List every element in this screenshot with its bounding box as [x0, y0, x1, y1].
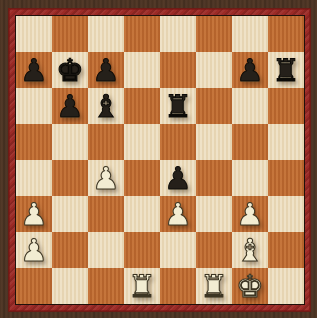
- square-b7[interactable]: ♚: [52, 52, 88, 88]
- square-e6[interactable]: ♜: [160, 88, 196, 124]
- square-d2[interactable]: [124, 232, 160, 268]
- square-f7[interactable]: [196, 52, 232, 88]
- square-g2[interactable]: ♝: [232, 232, 268, 268]
- square-h6[interactable]: [268, 88, 304, 124]
- square-a8[interactable]: [16, 16, 52, 52]
- square-f5[interactable]: [196, 124, 232, 160]
- square-a7[interactable]: ♟: [16, 52, 52, 88]
- square-a4[interactable]: [16, 160, 52, 196]
- square-f8[interactable]: [196, 16, 232, 52]
- piece-white-bishop-g2[interactable]: ♝: [236, 232, 264, 268]
- square-c4[interactable]: ♟: [88, 160, 124, 196]
- piece-black-pawn-c7[interactable]: ♟: [92, 52, 120, 88]
- piece-black-rook-h7[interactable]: ♜: [272, 52, 300, 88]
- square-g6[interactable]: [232, 88, 268, 124]
- square-h5[interactable]: [268, 124, 304, 160]
- square-g5[interactable]: [232, 124, 268, 160]
- piece-black-pawn-e4[interactable]: ♟: [164, 160, 192, 196]
- square-b1[interactable]: [52, 268, 88, 304]
- square-d8[interactable]: [124, 16, 160, 52]
- piece-white-pawn-a3[interactable]: ♟: [20, 196, 48, 232]
- square-a3[interactable]: ♟: [16, 196, 52, 232]
- square-b6[interactable]: ♟: [52, 88, 88, 124]
- square-h3[interactable]: [268, 196, 304, 232]
- square-e1[interactable]: [160, 268, 196, 304]
- square-a5[interactable]: [16, 124, 52, 160]
- square-g3[interactable]: ♟: [232, 196, 268, 232]
- piece-black-rook-e6[interactable]: ♜: [164, 88, 192, 124]
- square-a2[interactable]: ♟: [16, 232, 52, 268]
- square-d3[interactable]: [124, 196, 160, 232]
- square-c7[interactable]: ♟: [88, 52, 124, 88]
- piece-white-pawn-a2[interactable]: ♟: [20, 232, 48, 268]
- piece-black-king-b7[interactable]: ♚: [56, 52, 84, 88]
- square-c5[interactable]: [88, 124, 124, 160]
- square-d6[interactable]: [124, 88, 160, 124]
- piece-white-pawn-g3[interactable]: ♟: [236, 196, 264, 232]
- piece-black-pawn-a7[interactable]: ♟: [20, 52, 48, 88]
- square-h1[interactable]: [268, 268, 304, 304]
- square-c1[interactable]: [88, 268, 124, 304]
- square-b5[interactable]: [52, 124, 88, 160]
- square-f1[interactable]: ♜: [196, 268, 232, 304]
- square-f6[interactable]: [196, 88, 232, 124]
- square-h8[interactable]: [268, 16, 304, 52]
- chess-board: ♟♚♟♟♜♟♝♜♟♟♟♟♟♟♝♜♜♚: [15, 15, 305, 305]
- square-g7[interactable]: ♟: [232, 52, 268, 88]
- piece-black-bishop-c6[interactable]: ♝: [92, 88, 120, 124]
- square-c3[interactable]: [88, 196, 124, 232]
- square-e8[interactable]: [160, 16, 196, 52]
- square-a1[interactable]: [16, 268, 52, 304]
- piece-white-pawn-e3[interactable]: ♟: [164, 196, 192, 232]
- square-e5[interactable]: [160, 124, 196, 160]
- square-e4[interactable]: ♟: [160, 160, 196, 196]
- piece-white-rook-d1[interactable]: ♜: [128, 268, 156, 304]
- square-a6[interactable]: [16, 88, 52, 124]
- square-c8[interactable]: [88, 16, 124, 52]
- square-e3[interactable]: ♟: [160, 196, 196, 232]
- square-g8[interactable]: [232, 16, 268, 52]
- square-d5[interactable]: [124, 124, 160, 160]
- piece-black-pawn-b6[interactable]: ♟: [56, 88, 84, 124]
- piece-white-king-g1[interactable]: ♚: [236, 268, 264, 304]
- square-c6[interactable]: ♝: [88, 88, 124, 124]
- square-b4[interactable]: [52, 160, 88, 196]
- square-d1[interactable]: ♜: [124, 268, 160, 304]
- square-h7[interactable]: ♜: [268, 52, 304, 88]
- square-b8[interactable]: [52, 16, 88, 52]
- square-b2[interactable]: [52, 232, 88, 268]
- square-c2[interactable]: [88, 232, 124, 268]
- piece-white-rook-f1[interactable]: ♜: [200, 268, 228, 304]
- square-b3[interactable]: [52, 196, 88, 232]
- square-g4[interactable]: [232, 160, 268, 196]
- square-f2[interactable]: [196, 232, 232, 268]
- square-e7[interactable]: [160, 52, 196, 88]
- square-g1[interactable]: ♚: [232, 268, 268, 304]
- square-h2[interactable]: [268, 232, 304, 268]
- square-h4[interactable]: [268, 160, 304, 196]
- square-e2[interactable]: [160, 232, 196, 268]
- square-f4[interactable]: [196, 160, 232, 196]
- square-f3[interactable]: [196, 196, 232, 232]
- chess-app-window: ♟♚♟♟♜♟♝♜♟♟♟♟♟♟♝♜♜♚: [0, 0, 317, 318]
- piece-black-pawn-g7[interactable]: ♟: [236, 52, 264, 88]
- square-d4[interactable]: [124, 160, 160, 196]
- piece-white-pawn-c4[interactable]: ♟: [92, 160, 120, 196]
- square-d7[interactable]: [124, 52, 160, 88]
